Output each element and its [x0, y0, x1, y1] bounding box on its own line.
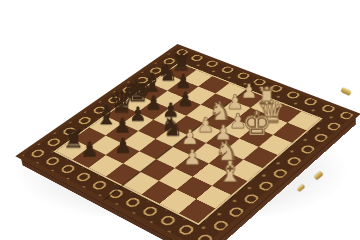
dark-pawn-icon: ♟: [145, 93, 162, 112]
light-king-icon: ♚: [242, 106, 272, 139]
dark-pawn-icon: ♟: [114, 135, 132, 155]
dark-pawn-icon: ♟: [81, 139, 99, 159]
dark-pawn-icon: ♟: [130, 104, 147, 124]
square-f2: ♚: [239, 127, 272, 147]
chess-set-photo: ♜♝♛♚♝♞♜♟♟♟♟♟♟♟♟♞♟♟♞♟♟♟♟♟♜♞♚♛♝: [0, 0, 360, 240]
light-pawn-icon: ♟: [183, 147, 202, 168]
chess-board: ♜♝♛♚♝♞♜♟♟♟♟♟♟♟♟♞♟♟♞♟♟♟♟♟♜♞♚♛♝: [15, 44, 360, 240]
square-h1: [287, 111, 320, 130]
scene: ♜♝♛♚♝♞♜♟♟♟♟♟♟♟♟♞♟♟♞♟♟♟♟♟♜♞♚♛♝: [0, 0, 360, 240]
light-bishop-icon: ♝: [217, 157, 243, 186]
